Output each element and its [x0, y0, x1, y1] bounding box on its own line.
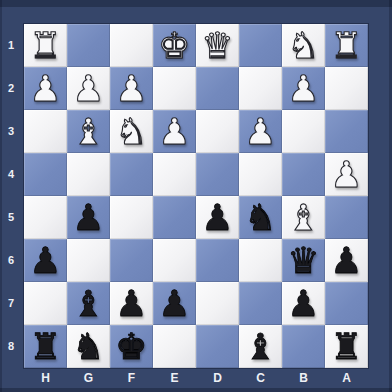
square-b1[interactable]: ♞ [282, 24, 325, 67]
square-f7[interactable]: ♟ [110, 282, 153, 325]
square-d1[interactable]: ♛ [196, 24, 239, 67]
square-e1[interactable]: ♚ [153, 24, 196, 67]
square-b3[interactable] [282, 110, 325, 153]
white-pawn-piece[interactable]: ♟ [244, 110, 276, 153]
square-g7[interactable]: ♝ [67, 282, 110, 325]
file-label-b: B [282, 368, 325, 390]
black-pawn-piece[interactable]: ♟ [158, 282, 190, 325]
white-pawn-piece[interactable]: ♟ [330, 153, 362, 196]
square-b7[interactable]: ♟ [282, 282, 325, 325]
square-a4[interactable]: ♟ [325, 153, 368, 196]
square-h6[interactable]: ♟ [24, 239, 67, 282]
rank-labels: 12345678 [0, 24, 24, 368]
white-rook-piece[interactable]: ♜ [330, 24, 362, 67]
square-c4[interactable] [239, 153, 282, 196]
file-label-e: E [153, 368, 196, 390]
square-c2[interactable] [239, 67, 282, 110]
file-label-d: D [196, 368, 239, 390]
square-g5[interactable]: ♟ [67, 196, 110, 239]
square-a7[interactable] [325, 282, 368, 325]
square-e2[interactable] [153, 67, 196, 110]
square-g4[interactable] [67, 153, 110, 196]
black-knight-piece[interactable]: ♞ [244, 196, 276, 239]
square-e4[interactable] [153, 153, 196, 196]
rank-label-4: 4 [0, 153, 22, 196]
square-b4[interactable] [282, 153, 325, 196]
black-king-piece[interactable]: ♚ [115, 325, 147, 368]
square-f1[interactable] [110, 24, 153, 67]
rank-label-6: 6 [0, 239, 22, 282]
white-pawn-piece[interactable]: ♟ [115, 67, 147, 110]
file-label-c: C [239, 368, 282, 390]
square-e7[interactable]: ♟ [153, 282, 196, 325]
square-g8[interactable]: ♞ [67, 325, 110, 368]
square-a3[interactable] [325, 110, 368, 153]
white-pawn-piece[interactable]: ♟ [158, 110, 190, 153]
rank-label-3: 3 [0, 110, 22, 153]
chess-board: ♜♚♛♞♜♟♟♟♟♝♞♟♟♟♟♟♞♝♟♛♟♝♟♟♟♜♞♚♝♜ [24, 24, 368, 368]
square-e5[interactable] [153, 196, 196, 239]
square-a8[interactable]: ♜ [325, 325, 368, 368]
white-bishop-piece[interactable]: ♝ [287, 196, 319, 239]
square-f6[interactable] [110, 239, 153, 282]
white-pawn-piece[interactable]: ♟ [29, 67, 61, 110]
square-b2[interactable]: ♟ [282, 67, 325, 110]
white-knight-piece[interactable]: ♞ [115, 110, 147, 153]
white-queen-piece[interactable]: ♛ [201, 24, 233, 67]
black-queen-piece[interactable]: ♛ [287, 239, 319, 282]
file-label-g: G [67, 368, 110, 390]
square-f3[interactable]: ♞ [110, 110, 153, 153]
square-c5[interactable]: ♞ [239, 196, 282, 239]
black-pawn-piece[interactable]: ♟ [29, 239, 61, 282]
square-a6[interactable]: ♟ [325, 239, 368, 282]
file-label-a: A [325, 368, 368, 390]
square-h5[interactable] [24, 196, 67, 239]
square-a5[interactable] [325, 196, 368, 239]
square-d4[interactable] [196, 153, 239, 196]
white-bishop-piece[interactable]: ♝ [72, 110, 104, 153]
square-b5[interactable]: ♝ [282, 196, 325, 239]
square-d6[interactable] [196, 239, 239, 282]
black-knight-piece[interactable]: ♞ [72, 325, 104, 368]
square-e3[interactable]: ♟ [153, 110, 196, 153]
square-h8[interactable]: ♜ [24, 325, 67, 368]
rank-label-5: 5 [0, 196, 22, 239]
square-h3[interactable] [24, 110, 67, 153]
square-g3[interactable]: ♝ [67, 110, 110, 153]
white-king-piece[interactable]: ♚ [158, 24, 190, 67]
square-f4[interactable] [110, 153, 153, 196]
white-pawn-piece[interactable]: ♟ [72, 67, 104, 110]
square-h1[interactable]: ♜ [24, 24, 67, 67]
file-labels: HGFEDCBA [24, 368, 368, 392]
square-f5[interactable] [110, 196, 153, 239]
square-d2[interactable] [196, 67, 239, 110]
square-g2[interactable]: ♟ [67, 67, 110, 110]
black-pawn-piece[interactable]: ♟ [330, 239, 362, 282]
file-label-h: H [24, 368, 67, 390]
square-e8[interactable] [153, 325, 196, 368]
chess-board-frame: ♜♚♛♞♜♟♟♟♟♝♞♟♟♟♟♟♞♝♟♛♟♝♟♟♟♜♞♚♝♜ 12345678 … [0, 0, 392, 392]
square-c6[interactable] [239, 239, 282, 282]
square-b8[interactable] [282, 325, 325, 368]
square-d3[interactable] [196, 110, 239, 153]
black-pawn-piece[interactable]: ♟ [115, 282, 147, 325]
square-h4[interactable] [24, 153, 67, 196]
square-g6[interactable] [67, 239, 110, 282]
black-rook-piece[interactable]: ♜ [29, 325, 61, 368]
rank-label-2: 2 [0, 67, 22, 110]
black-bishop-piece[interactable]: ♝ [244, 325, 276, 368]
square-d8[interactable] [196, 325, 239, 368]
black-bishop-piece[interactable]: ♝ [72, 282, 104, 325]
square-d7[interactable] [196, 282, 239, 325]
black-pawn-piece[interactable]: ♟ [287, 282, 319, 325]
square-f8[interactable]: ♚ [110, 325, 153, 368]
square-c7[interactable] [239, 282, 282, 325]
black-rook-piece[interactable]: ♜ [330, 325, 362, 368]
white-pawn-piece[interactable]: ♟ [287, 67, 319, 110]
square-a2[interactable] [325, 67, 368, 110]
square-f2[interactable]: ♟ [110, 67, 153, 110]
square-a1[interactable]: ♜ [325, 24, 368, 67]
black-pawn-piece[interactable]: ♟ [201, 196, 233, 239]
white-rook-piece[interactable]: ♜ [29, 24, 61, 67]
square-h7[interactable] [24, 282, 67, 325]
black-pawn-piece[interactable]: ♟ [72, 196, 104, 239]
rank-label-7: 7 [0, 282, 22, 325]
square-b6[interactable]: ♛ [282, 239, 325, 282]
square-d5[interactable]: ♟ [196, 196, 239, 239]
square-e6[interactable] [153, 239, 196, 282]
square-c8[interactable]: ♝ [239, 325, 282, 368]
square-h2[interactable]: ♟ [24, 67, 67, 110]
file-label-f: F [110, 368, 153, 390]
square-c1[interactable] [239, 24, 282, 67]
square-g1[interactable] [67, 24, 110, 67]
rank-label-8: 8 [0, 325, 22, 368]
square-c3[interactable]: ♟ [239, 110, 282, 153]
rank-label-1: 1 [0, 24, 22, 67]
white-knight-piece[interactable]: ♞ [287, 24, 319, 67]
